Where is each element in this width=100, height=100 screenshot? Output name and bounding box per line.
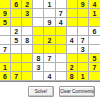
sudoku-cell-r3c4[interactable] (33, 18, 44, 27)
sudoku-cell-r5c9[interactable] (89, 36, 100, 45)
sudoku-cell-r4c8[interactable] (78, 27, 89, 36)
sudoku-cell-r6c4[interactable] (33, 45, 44, 54)
sudoku-board: 621949371594265824773875132767481 (0, 0, 100, 82)
sudoku-cell-r1c9[interactable]: 4 (89, 0, 100, 9)
sudoku-cell-r3c3[interactable] (22, 18, 33, 27)
sudoku-cell-r4c2[interactable]: 2 (11, 27, 22, 36)
sudoku-cell-r7c9[interactable]: 5 (89, 54, 100, 63)
sudoku-cell-r8c7[interactable]: 2 (67, 63, 78, 72)
sudoku-cell-r8c2[interactable] (11, 63, 22, 72)
sudoku-cell-r6c5[interactable] (44, 45, 55, 54)
sudoku-cell-r8c5[interactable] (44, 63, 55, 72)
sudoku-cell-r6c1[interactable]: 7 (0, 45, 11, 54)
sudoku-cell-r7c1[interactable] (0, 54, 11, 63)
sudoku-cell-r1c5[interactable]: 1 (44, 0, 55, 9)
sudoku-cell-r8c3[interactable] (22, 63, 33, 72)
sudoku-cell-r2c4[interactable] (33, 9, 44, 18)
solve-button[interactable]: Solve! (28, 86, 54, 97)
sudoku-cell-r7c2[interactable] (11, 54, 22, 63)
sudoku-cell-r4c6[interactable] (56, 27, 67, 36)
sudoku-cell-r9c1[interactable]: 6 (0, 72, 11, 81)
sudoku-cell-r2c1[interactable]: 9 (0, 9, 11, 18)
sudoku-cell-r6c2[interactable] (11, 45, 22, 54)
sudoku-cell-r6c6[interactable] (56, 45, 67, 54)
sudoku-cell-r6c8[interactable]: 3 (78, 45, 89, 54)
sudoku-cell-r5c3[interactable]: 8 (22, 36, 33, 45)
sudoku-cell-r5c7[interactable]: 4 (67, 36, 78, 45)
sudoku-cell-r2c8[interactable] (78, 9, 89, 18)
clear-comments-button[interactable]: Clear Comments (59, 86, 95, 97)
sudoku-cell-r8c6[interactable] (56, 63, 67, 72)
sudoku-cell-r9c3[interactable] (22, 72, 33, 81)
sudoku-cell-r9c9[interactable] (89, 72, 100, 81)
sudoku-cell-r9c4[interactable] (33, 72, 44, 81)
sudoku-cell-r4c5[interactable] (44, 27, 55, 36)
sudoku-cell-r5c5[interactable]: 2 (44, 36, 55, 45)
sudoku-cell-r1c6[interactable] (56, 0, 67, 9)
sudoku-cell-r1c7[interactable] (67, 0, 78, 9)
sudoku-cell-r6c9[interactable] (89, 45, 100, 54)
sudoku-app: 621949371594265824773875132767481 Solve!… (0, 0, 100, 100)
sudoku-cell-r9c6[interactable] (56, 72, 67, 81)
sudoku-cell-r3c1[interactable]: 5 (0, 18, 11, 27)
sudoku-cell-r7c5[interactable]: 7 (44, 54, 55, 63)
sudoku-cell-r1c1[interactable] (0, 0, 11, 9)
sudoku-cell-r2c9[interactable]: 1 (89, 9, 100, 18)
sudoku-cell-r9c8[interactable]: 1 (78, 72, 89, 81)
sudoku-cell-r2c7[interactable] (67, 9, 78, 18)
sudoku-cell-r3c9[interactable] (89, 18, 100, 27)
sudoku-cell-r1c4[interactable] (33, 0, 44, 9)
sudoku-cell-r8c8[interactable] (78, 63, 89, 72)
sudoku-cell-r7c8[interactable] (78, 54, 89, 63)
sudoku-cell-r5c4[interactable] (33, 36, 44, 45)
sudoku-cell-r7c6[interactable] (56, 54, 67, 63)
sudoku-cell-r1c3[interactable]: 2 (22, 0, 33, 9)
sudoku-cell-r3c8[interactable] (78, 18, 89, 27)
sudoku-cell-r4c4[interactable] (33, 27, 44, 36)
sudoku-cell-r8c9[interactable]: 7 (89, 63, 100, 72)
sudoku-cell-r3c7[interactable] (67, 18, 78, 27)
sudoku-cell-r5c2[interactable]: 5 (11, 36, 22, 45)
sudoku-cell-r8c1[interactable]: 1 (0, 63, 11, 72)
sudoku-cell-r6c7[interactable] (67, 45, 78, 54)
sudoku-cell-r9c7[interactable]: 8 (67, 72, 78, 81)
sudoku-cell-r2c3[interactable]: 3 (22, 9, 33, 18)
sudoku-cell-r3c5[interactable]: 9 (44, 18, 55, 27)
sudoku-cell-r1c8[interactable]: 9 (78, 0, 89, 9)
sudoku-cell-r9c5[interactable]: 4 (44, 72, 55, 81)
sudoku-cell-r4c3[interactable] (22, 27, 33, 36)
sudoku-cell-r5c1[interactable] (0, 36, 11, 45)
sudoku-cell-r4c7[interactable] (67, 27, 78, 36)
sudoku-cell-r4c1[interactable] (0, 27, 11, 36)
sudoku-cell-r3c6[interactable]: 4 (56, 18, 67, 27)
sudoku-cell-r8c4[interactable]: 3 (33, 63, 44, 72)
sudoku-cell-r2c5[interactable] (44, 9, 55, 18)
sudoku-cell-r7c7[interactable] (67, 54, 78, 63)
sudoku-cell-r5c8[interactable]: 7 (78, 36, 89, 45)
sudoku-cell-r6c3[interactable] (22, 45, 33, 54)
button-bar: Solve! Clear Comments (0, 86, 100, 98)
sudoku-cell-r9c2[interactable]: 7 (11, 72, 22, 81)
sudoku-cell-r3c2[interactable] (11, 18, 22, 27)
sudoku-cell-r2c2[interactable] (11, 9, 22, 18)
sudoku-cell-r5c6[interactable] (56, 36, 67, 45)
sudoku-cell-r7c4[interactable]: 8 (33, 54, 44, 63)
sudoku-cell-r1c2[interactable]: 6 (11, 0, 22, 9)
sudoku-cell-r7c3[interactable] (22, 54, 33, 63)
sudoku-cell-r4c9[interactable]: 6 (89, 27, 100, 36)
sudoku-cell-r2c6[interactable]: 7 (56, 9, 67, 18)
